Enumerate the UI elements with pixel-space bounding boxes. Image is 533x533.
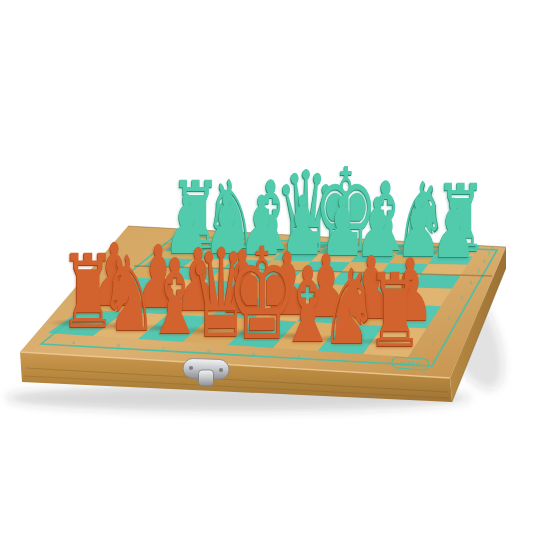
piece-white-rook-h1[interactable]: ♜ — [364, 260, 427, 362]
clasp-screw-2 — [219, 368, 223, 372]
clasp-latch-knob — [199, 370, 214, 386]
product-photo-stage: abcdefgh12345678DJECO ♜♞♝♛♚♝♞♜♟♟♟♟♟♟♟♟♟♟… — [0, 0, 533, 533]
clasp-screw-1 — [189, 366, 193, 370]
